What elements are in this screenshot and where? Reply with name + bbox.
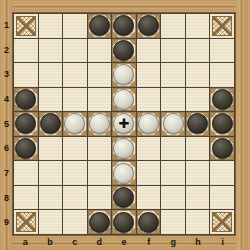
file-label-d: d [87,235,112,250]
defender-piece-c5[interactable] [64,113,85,134]
square-c9[interactable] [63,210,87,234]
square-e8[interactable] [112,186,136,210]
square-b1[interactable] [39,14,63,38]
square-i2[interactable] [210,39,234,63]
square-g7[interactable] [161,161,185,185]
square-e6[interactable] [112,137,136,161]
defender-piece-d5[interactable] [89,113,110,134]
square-d2[interactable] [88,39,112,63]
defender-piece-e7[interactable] [113,163,134,184]
square-d1[interactable] [88,14,112,38]
square-f2[interactable] [137,39,161,63]
square-a2[interactable] [14,39,38,63]
square-h1[interactable] [186,14,210,38]
attacker-piece-a4[interactable] [15,89,36,110]
square-f3[interactable] [137,63,161,87]
square-a4[interactable] [14,88,38,112]
tablut-board-window: 123456789 abcdefghi ✚ [0,0,250,250]
square-a1[interactable] [14,14,38,38]
king-piece-e5[interactable]: ✚ [113,113,134,134]
square-a9[interactable] [14,210,38,234]
square-h9[interactable] [186,210,210,234]
attacker-piece-d9[interactable] [89,212,110,233]
square-i3[interactable] [210,63,234,87]
square-g8[interactable] [161,186,185,210]
defender-piece-e4[interactable] [113,89,134,110]
square-f4[interactable] [137,88,161,112]
square-f8[interactable] [137,186,161,210]
rank-label-3: 3 [0,62,13,87]
king-cross-icon: ✚ [119,117,130,130]
square-g2[interactable] [161,39,185,63]
square-g3[interactable] [161,63,185,87]
square-g5[interactable] [161,112,185,136]
square-a3[interactable] [14,63,38,87]
frame-right [235,0,250,250]
square-f6[interactable] [137,137,161,161]
square-g9[interactable] [161,210,185,234]
square-c3[interactable] [63,63,87,87]
square-d7[interactable] [88,161,112,185]
defender-piece-f5[interactable] [138,113,159,134]
attacker-piece-e9[interactable] [113,212,134,233]
square-i6[interactable] [210,137,234,161]
defender-piece-e3[interactable] [113,64,134,85]
rank-label-7: 7 [0,161,13,186]
file-label-f: f [136,235,161,250]
square-b9[interactable] [39,210,63,234]
square-e2[interactable] [112,39,136,63]
square-a8[interactable] [14,186,38,210]
attacker-piece-i5[interactable] [212,113,233,134]
square-d3[interactable] [88,63,112,87]
attacker-piece-e8[interactable] [113,187,134,208]
rank-label-2: 2 [0,38,13,63]
square-d9[interactable] [88,210,112,234]
square-c5[interactable] [63,112,87,136]
square-d6[interactable] [88,137,112,161]
rank-label-8: 8 [0,186,13,211]
square-c8[interactable] [63,186,87,210]
file-label-e: e [112,235,137,250]
square-b4[interactable] [39,88,63,112]
board: ✚ [13,13,235,235]
square-b8[interactable] [39,186,63,210]
square-b5[interactable] [39,112,63,136]
square-h3[interactable] [186,63,210,87]
square-h7[interactable] [186,161,210,185]
square-b3[interactable] [39,63,63,87]
square-d8[interactable] [88,186,112,210]
square-i1[interactable] [210,14,234,38]
rank-label-9: 9 [0,210,13,235]
square-c1[interactable] [63,14,87,38]
square-g6[interactable] [161,137,185,161]
defender-piece-e6[interactable] [113,138,134,159]
square-i5[interactable] [210,112,234,136]
square-c6[interactable] [63,137,87,161]
square-d5[interactable] [88,112,112,136]
defender-piece-g5[interactable] [163,113,184,134]
square-g4[interactable] [161,88,185,112]
attacker-piece-h5[interactable] [187,113,208,134]
square-f9[interactable] [137,210,161,234]
square-a5[interactable] [14,112,38,136]
attacker-piece-b5[interactable] [40,113,61,134]
rank-label-1: 1 [0,13,13,38]
file-label-b: b [38,235,63,250]
square-e7[interactable] [112,161,136,185]
attacker-piece-d1[interactable] [89,15,110,36]
attacker-piece-i4[interactable] [212,89,233,110]
square-b2[interactable] [39,39,63,63]
square-c2[interactable] [63,39,87,63]
attacker-piece-f1[interactable] [138,15,159,36]
square-d4[interactable] [88,88,112,112]
file-label-g: g [161,235,186,250]
square-b6[interactable] [39,137,63,161]
square-h6[interactable] [186,137,210,161]
square-g1[interactable] [161,14,185,38]
square-b7[interactable] [39,161,63,185]
square-f5[interactable] [137,112,161,136]
rank-label-5: 5 [0,112,13,137]
square-e4[interactable] [112,88,136,112]
file-label-c: c [62,235,87,250]
file-label-a: a [13,235,38,250]
square-h4[interactable] [186,88,210,112]
square-c7[interactable] [63,161,87,185]
square-i7[interactable] [210,161,234,185]
square-e3[interactable] [112,63,136,87]
file-label-h: h [186,235,211,250]
attacker-piece-e1[interactable] [113,15,134,36]
square-h8[interactable] [186,186,210,210]
rank-labels: 123456789 [0,13,13,235]
attacker-piece-i6[interactable] [212,138,233,159]
attacker-piece-a5[interactable] [15,113,36,134]
square-h2[interactable] [186,39,210,63]
square-i4[interactable] [210,88,234,112]
square-e9[interactable] [112,210,136,234]
square-i8[interactable] [210,186,234,210]
attacker-piece-f9[interactable] [138,212,159,233]
square-e5[interactable]: ✚ [112,112,136,136]
frame-top [0,0,250,13]
file-label-i: i [210,235,235,250]
square-a6[interactable] [14,137,38,161]
attacker-piece-e2[interactable] [113,40,134,61]
rank-label-4: 4 [0,87,13,112]
rank-label-6: 6 [0,136,13,161]
square-c4[interactable] [63,88,87,112]
square-f7[interactable] [137,161,161,185]
attacker-piece-a6[interactable] [15,138,36,159]
square-e1[interactable] [112,14,136,38]
square-f1[interactable] [137,14,161,38]
square-i9[interactable] [210,210,234,234]
square-h5[interactable] [186,112,210,136]
file-labels: abcdefghi [13,235,235,250]
square-a7[interactable] [14,161,38,185]
